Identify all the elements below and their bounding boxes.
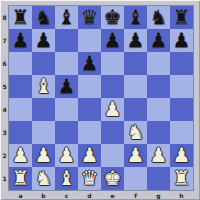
file-label-a: a bbox=[9, 190, 32, 200]
square-a2[interactable]: ♟ bbox=[9, 144, 32, 167]
rank-label-1: 1 bbox=[0, 167, 9, 190]
square-f3[interactable]: ♞ bbox=[124, 121, 147, 144]
square-e8[interactable]: ♚ bbox=[101, 6, 124, 29]
piece-black-pawn[interactable]: ♟ bbox=[32, 29, 55, 52]
square-a7[interactable]: ♟ bbox=[9, 29, 32, 52]
piece-black-bishop[interactable]: ♝ bbox=[124, 6, 147, 29]
piece-white-bishop[interactable]: ♝ bbox=[55, 167, 78, 190]
square-d8[interactable]: ♛ bbox=[78, 6, 101, 29]
piece-black-king[interactable]: ♚ bbox=[101, 6, 124, 29]
piece-black-queen[interactable]: ♛ bbox=[78, 6, 101, 29]
piece-black-pawn[interactable]: ♟ bbox=[55, 75, 78, 98]
rank-label-2: 2 bbox=[0, 144, 9, 167]
piece-black-pawn[interactable]: ♟ bbox=[124, 29, 147, 52]
square-d6[interactable]: ♟ bbox=[78, 52, 101, 75]
rank-labels: 87654321 bbox=[0, 6, 9, 190]
piece-black-pawn[interactable]: ♟ bbox=[147, 29, 170, 52]
square-d4[interactable] bbox=[78, 98, 101, 121]
piece-white-knight[interactable]: ♞ bbox=[124, 121, 147, 144]
square-g5[interactable] bbox=[147, 75, 170, 98]
piece-white-pawn[interactable]: ♟ bbox=[147, 144, 170, 167]
piece-white-pawn[interactable]: ♟ bbox=[55, 144, 78, 167]
piece-black-pawn[interactable]: ♟ bbox=[101, 29, 124, 52]
square-h7[interactable]: ♟ bbox=[170, 29, 193, 52]
piece-white-pawn[interactable]: ♟ bbox=[32, 144, 55, 167]
square-c6[interactable] bbox=[55, 52, 78, 75]
square-b5[interactable]: ♝ bbox=[32, 75, 55, 98]
square-c1[interactable]: ♝ bbox=[55, 167, 78, 190]
square-d5[interactable] bbox=[78, 75, 101, 98]
square-b1[interactable]: ♞ bbox=[32, 167, 55, 190]
square-a3[interactable] bbox=[9, 121, 32, 144]
square-g6[interactable] bbox=[147, 52, 170, 75]
piece-white-pawn[interactable]: ♟ bbox=[124, 144, 147, 167]
square-e2[interactable] bbox=[101, 144, 124, 167]
square-c2[interactable]: ♟ bbox=[55, 144, 78, 167]
square-f1[interactable] bbox=[124, 167, 147, 190]
file-label-f: f bbox=[124, 190, 147, 200]
square-f6[interactable] bbox=[124, 52, 147, 75]
rank-label-3: 3 bbox=[0, 121, 9, 144]
square-e4[interactable]: ♟ bbox=[101, 98, 124, 121]
square-c5[interactable]: ♟ bbox=[55, 75, 78, 98]
piece-white-bishop[interactable]: ♝ bbox=[32, 75, 55, 98]
square-b6[interactable] bbox=[32, 52, 55, 75]
square-b4[interactable] bbox=[32, 98, 55, 121]
square-g7[interactable]: ♟ bbox=[147, 29, 170, 52]
square-c7[interactable] bbox=[55, 29, 78, 52]
square-g1[interactable] bbox=[147, 167, 170, 190]
file-labels: abcdefgh bbox=[9, 190, 193, 200]
piece-white-queen[interactable]: ♛ bbox=[78, 167, 101, 190]
square-h6[interactable] bbox=[170, 52, 193, 75]
square-h4[interactable] bbox=[170, 98, 193, 121]
square-e7[interactable]: ♟ bbox=[101, 29, 124, 52]
square-h5[interactable] bbox=[170, 75, 193, 98]
square-e5[interactable] bbox=[101, 75, 124, 98]
square-f7[interactable]: ♟ bbox=[124, 29, 147, 52]
square-e3[interactable] bbox=[101, 121, 124, 144]
square-a6[interactable] bbox=[9, 52, 32, 75]
square-g4[interactable] bbox=[147, 98, 170, 121]
square-g8[interactable]: ♞ bbox=[147, 6, 170, 29]
square-f4[interactable] bbox=[124, 98, 147, 121]
piece-black-rook[interactable]: ♜ bbox=[170, 6, 193, 29]
square-c4[interactable] bbox=[55, 98, 78, 121]
square-h2[interactable]: ♟ bbox=[170, 144, 193, 167]
file-label-e: e bbox=[101, 190, 124, 200]
rank-label-7: 7 bbox=[0, 29, 9, 52]
piece-white-knight[interactable]: ♞ bbox=[32, 167, 55, 190]
rank-label-5: 5 bbox=[0, 75, 9, 98]
piece-white-rook[interactable]: ♜ bbox=[9, 167, 32, 190]
piece-white-king[interactable]: ♚ bbox=[101, 167, 124, 190]
square-a8[interactable]: ♜ bbox=[9, 6, 32, 29]
square-d2[interactable]: ♟ bbox=[78, 144, 101, 167]
piece-black-bishop[interactable]: ♝ bbox=[55, 6, 78, 29]
piece-black-pawn[interactable]: ♟ bbox=[78, 52, 101, 75]
file-label-c: c bbox=[55, 190, 78, 200]
square-f8[interactable]: ♝ bbox=[124, 6, 147, 29]
rank-label-6: 6 bbox=[0, 52, 9, 75]
chess-board[interactable]: ♜♞♝♛♚♝♞♜♟♟♟♟♟♟♟♝♟♟♞♟♟♟♟♟♟♟♜♞♝♛♚♜ bbox=[9, 6, 193, 190]
piece-black-knight[interactable]: ♞ bbox=[32, 6, 55, 29]
square-e1[interactable]: ♚ bbox=[101, 167, 124, 190]
file-label-b: b bbox=[32, 190, 55, 200]
square-b8[interactable]: ♞ bbox=[32, 6, 55, 29]
square-g3[interactable] bbox=[147, 121, 170, 144]
square-d7[interactable] bbox=[78, 29, 101, 52]
square-f5[interactable] bbox=[124, 75, 147, 98]
piece-black-knight[interactable]: ♞ bbox=[147, 6, 170, 29]
file-label-g: g bbox=[147, 190, 170, 200]
square-h8[interactable]: ♜ bbox=[170, 6, 193, 29]
square-a5[interactable] bbox=[9, 75, 32, 98]
square-b3[interactable] bbox=[32, 121, 55, 144]
file-label-d: d bbox=[78, 190, 101, 200]
square-h3[interactable] bbox=[170, 121, 193, 144]
piece-black-pawn[interactable]: ♟ bbox=[170, 29, 193, 52]
square-c3[interactable] bbox=[55, 121, 78, 144]
piece-white-pawn[interactable]: ♟ bbox=[170, 144, 193, 167]
rank-label-8: 8 bbox=[0, 6, 9, 29]
piece-black-pawn[interactable]: ♟ bbox=[9, 29, 32, 52]
square-d1[interactable]: ♛ bbox=[78, 167, 101, 190]
square-g2[interactable]: ♟ bbox=[147, 144, 170, 167]
square-d3[interactable] bbox=[78, 121, 101, 144]
piece-white-pawn[interactable]: ♟ bbox=[78, 144, 101, 167]
piece-white-rook[interactable]: ♜ bbox=[170, 167, 193, 190]
square-e6[interactable] bbox=[101, 52, 124, 75]
square-c8[interactable]: ♝ bbox=[55, 6, 78, 29]
file-label-h: h bbox=[170, 190, 193, 200]
piece-black-rook[interactable]: ♜ bbox=[9, 6, 32, 29]
piece-white-pawn[interactable]: ♟ bbox=[9, 144, 32, 167]
piece-white-pawn[interactable]: ♟ bbox=[101, 98, 124, 121]
square-h1[interactable]: ♜ bbox=[170, 167, 193, 190]
square-a4[interactable] bbox=[9, 98, 32, 121]
chess-board-window: 87654321 ♜♞♝♛♚♝♞♜♟♟♟♟♟♟♟♝♟♟♞♟♟♟♟♟♟♟♜♞♝♛♚… bbox=[0, 0, 200, 200]
square-b7[interactable]: ♟ bbox=[32, 29, 55, 52]
square-a1[interactable]: ♜ bbox=[9, 167, 32, 190]
square-f2[interactable]: ♟ bbox=[124, 144, 147, 167]
rank-label-4: 4 bbox=[0, 98, 9, 121]
square-b2[interactable]: ♟ bbox=[32, 144, 55, 167]
